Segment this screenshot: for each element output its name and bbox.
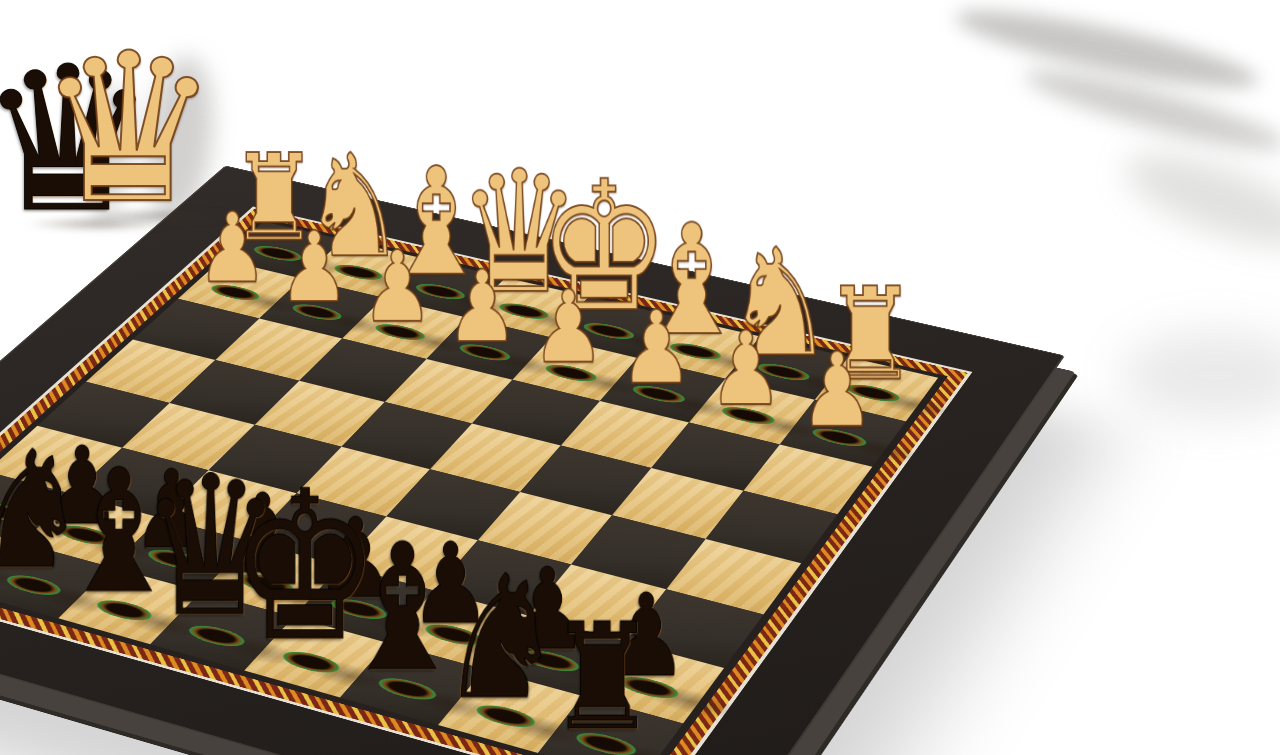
- piece-white-pawn[interactable]: ♟: [278, 219, 350, 316]
- contact-shadow: [58, 206, 261, 226]
- piece-shadow: [807, 423, 946, 475]
- piece-base-felt: [488, 298, 559, 325]
- piece-base-felt: [323, 259, 393, 285]
- piece-base-felt: [282, 299, 353, 326]
- piece-white-knight[interactable]: ♞: [725, 229, 834, 377]
- piece-white-queen[interactable]: ♛: [457, 149, 581, 318]
- square-f1[interactable]: ♝: [638, 316, 761, 378]
- piece-shadow: [409, 279, 539, 325]
- piece-base-felt: [243, 241, 312, 266]
- piece-base-felt: [405, 278, 476, 304]
- piece-base-felt: [747, 358, 820, 386]
- square-b3[interactable]: [215, 318, 342, 380]
- piece-shadow: [246, 241, 373, 285]
- piece-white-pawn[interactable]: ♟: [799, 339, 875, 442]
- white-queen-glyph: ♛: [36, 26, 221, 232]
- piece-shadow: [203, 280, 332, 326]
- piece-base-felt: [836, 379, 910, 408]
- piece-shadow: [716, 401, 854, 452]
- square-c2[interactable]: ♟: [342, 298, 467, 359]
- piece-shadow: [577, 318, 709, 366]
- piece-white-bishop[interactable]: ♝: [381, 148, 490, 296]
- square-d1[interactable]: ♛: [467, 277, 589, 337]
- piece-shadow: [368, 319, 500, 367]
- square-d2[interactable]: ♟: [427, 317, 552, 379]
- board-squares: ♜♞♝♛♚♝♞♜♟♟♟♟♟♟♟♟♟♟♟♟♟♟♟♟♜♞♝♛♚♝♞♜: [0, 222, 938, 755]
- piece-base-felt: [535, 359, 608, 387]
- square-c1[interactable]: ♝: [384, 259, 506, 318]
- piece-white-pawn[interactable]: ♟: [708, 318, 783, 420]
- square-g2[interactable]: ♟: [689, 379, 815, 445]
- square-h1[interactable]: ♜: [815, 357, 938, 422]
- piece-black-knight[interactable]: ♞: [438, 553, 563, 723]
- piece-black-rook[interactable]: ♜: [547, 603, 655, 751]
- piece-base-felt: [622, 380, 696, 409]
- piece-shadow: [453, 339, 586, 387]
- square-b1[interactable]: ♞: [302, 240, 424, 298]
- square-a1[interactable]: ♜: [221, 221, 342, 278]
- piece-shadow: [664, 338, 798, 386]
- piece-base-felt: [573, 317, 645, 344]
- piece-white-bishop[interactable]: ♝: [635, 204, 747, 356]
- square-e2[interactable]: ♟: [512, 338, 637, 401]
- piece-shadow: [492, 298, 623, 345]
- piece-white-pawn[interactable]: ♟: [445, 257, 518, 356]
- square-f2[interactable]: ♟: [600, 358, 725, 423]
- square-f3[interactable]: [561, 401, 689, 468]
- piece-white-rook[interactable]: ♜: [823, 270, 917, 398]
- piece-base-felt: [200, 279, 270, 305]
- piece-base-felt: [711, 401, 786, 430]
- piece-shadow: [327, 260, 455, 305]
- piece-shadow: [539, 359, 674, 408]
- square-b4[interactable]: [170, 360, 300, 425]
- square-e3[interactable]: [472, 380, 600, 446]
- square-d3[interactable]: [385, 359, 513, 424]
- piece-base-felt: [449, 338, 522, 366]
- piece-white-pawn[interactable]: ♟: [361, 238, 433, 336]
- piece-white-king[interactable]: ♚: [537, 158, 669, 338]
- square-a2[interactable]: ♟: [178, 259, 302, 318]
- square-b2[interactable]: ♟: [259, 278, 383, 338]
- square-h2[interactable]: ♟: [780, 400, 906, 467]
- square-c3[interactable]: [299, 339, 426, 402]
- square-a4[interactable]: [86, 340, 215, 404]
- offboard-white-queen[interactable]: ♛: [36, 26, 221, 232]
- square-a3[interactable]: [133, 299, 260, 360]
- piece-white-knight[interactable]: ♞: [302, 136, 406, 278]
- piece-shadow: [842, 379, 979, 429]
- piece-shadow: [285, 299, 415, 346]
- square-g1[interactable]: ♞: [725, 337, 848, 400]
- board-frame: ♜♞♝♛♚♝♞♜♟♟♟♟♟♟♟♟♟♟♟♟♟♟♟♟♜♞♝♛♚♝♞♜: [0, 166, 1065, 755]
- piece-base-felt: [659, 337, 732, 365]
- square-e1[interactable]: ♚: [551, 297, 674, 358]
- piece-white-rook[interactable]: ♜: [229, 137, 317, 257]
- piece-white-pawn[interactable]: ♟: [531, 277, 605, 377]
- piece-base-felt: [364, 318, 436, 345]
- piece-base-felt: [802, 422, 877, 452]
- piece-white-pawn[interactable]: ♟: [619, 297, 693, 398]
- piece-shadow: [627, 380, 763, 430]
- piece-shadow: [752, 358, 887, 407]
